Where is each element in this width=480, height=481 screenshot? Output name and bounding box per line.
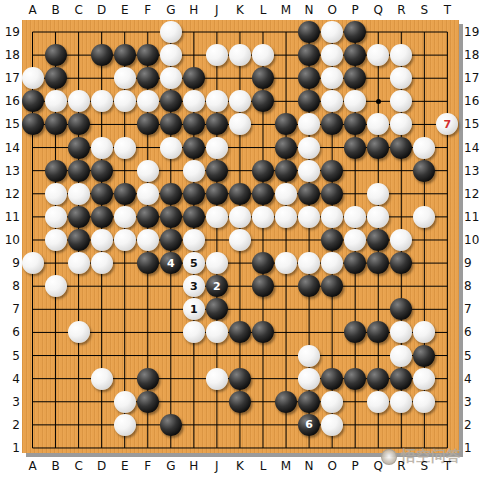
stone-white-L18: [252, 44, 274, 66]
col-label-bottom-Q: Q: [368, 459, 388, 473]
row-label-left-11: 11: [0, 210, 20, 224]
stone-white-S4: [413, 368, 435, 390]
stone-black-P14: [344, 137, 366, 159]
col-label-bottom-R: R: [391, 459, 411, 473]
stone-white-P11: [344, 206, 366, 228]
stone-white-B12: [45, 183, 67, 205]
stone-white-A17: [22, 67, 44, 89]
stone-white-H16: [183, 90, 205, 112]
col-label-top-J: J: [207, 3, 227, 17]
stone-white-K11: [229, 206, 251, 228]
stone-white-G19: [160, 21, 182, 43]
stone-black-Q4: [367, 368, 389, 390]
row-label-right-18: 18: [464, 48, 480, 62]
stone-white-E14: [114, 137, 136, 159]
stone-black-P4: [344, 368, 366, 390]
row-label-left-2: 2: [0, 418, 20, 432]
col-label-bottom-P: P: [345, 459, 365, 473]
stone-white-B11: [45, 206, 67, 228]
stone-black-E12: [114, 183, 136, 205]
col-label-top-N: N: [299, 3, 319, 17]
move-number-2: 2: [213, 281, 221, 292]
stone-black-J12: [206, 183, 228, 205]
row-label-right-16: 16: [464, 94, 480, 108]
row-label-left-10: 10: [0, 233, 20, 247]
col-label-bottom-M: M: [276, 459, 296, 473]
stone-black-O12: [321, 183, 343, 205]
col-label-top-O: O: [322, 3, 342, 17]
stone-black-S13: [413, 160, 435, 182]
col-label-top-R: R: [391, 3, 411, 17]
stone-white-F12: [137, 183, 159, 205]
stone-black-O13: [321, 160, 343, 182]
stone-white-D14: [91, 137, 113, 159]
stone-white-F13: [137, 160, 159, 182]
stone-black-K3: [229, 391, 251, 413]
stone-black-C14: [68, 137, 90, 159]
stone-black-D11: [91, 206, 113, 228]
col-label-bottom-K: K: [230, 459, 250, 473]
stone-black-E18: [114, 44, 136, 66]
stone-white-M9: [275, 252, 297, 274]
stone-white-Q11: [367, 206, 389, 228]
col-label-bottom-N: N: [299, 459, 319, 473]
col-label-bottom-T: T: [437, 459, 457, 473]
stone-black-H17: [183, 67, 205, 89]
go-diagram: 悟空问答 AABBCCDDEEFFGGHHJJKKLLMMNNOOPPQQRRS…: [0, 0, 480, 481]
stone-white-N13: [298, 160, 320, 182]
row-label-left-17: 17: [0, 71, 20, 85]
stone-white-E11: [114, 206, 136, 228]
row-label-left-1: 1: [0, 441, 20, 455]
stone-black-F17: [137, 67, 159, 89]
stone-white-E10: [114, 229, 136, 251]
stone-black-A15: [22, 113, 44, 135]
stone-black-N2: 6: [298, 414, 320, 436]
col-label-top-K: K: [230, 3, 250, 17]
col-label-bottom-L: L: [253, 459, 273, 473]
row-label-right-10: 10: [464, 233, 480, 247]
stone-white-S14: [413, 137, 435, 159]
col-label-top-D: D: [92, 3, 112, 17]
stone-white-H9: 5: [183, 252, 205, 274]
row-label-left-15: 15: [0, 117, 20, 131]
col-label-bottom-J: J: [207, 459, 227, 473]
stone-white-D4: [91, 368, 113, 390]
stone-black-F9: [137, 252, 159, 274]
col-label-bottom-C: C: [69, 459, 89, 473]
col-label-top-E: E: [115, 3, 135, 17]
stone-white-Q12: [367, 183, 389, 205]
stone-white-N5: [298, 345, 320, 367]
stone-white-B10: [45, 229, 67, 251]
stone-black-N3: [298, 391, 320, 413]
stone-black-F11: [137, 206, 159, 228]
stone-white-B8: [45, 275, 67, 297]
stone-black-L12: [252, 183, 274, 205]
col-label-bottom-D: D: [92, 459, 112, 473]
col-label-top-A: A: [23, 3, 43, 17]
row-label-left-4: 4: [0, 372, 20, 386]
row-label-left-3: 3: [0, 395, 20, 409]
stone-white-C9: [68, 252, 90, 274]
row-label-right-6: 6: [464, 325, 480, 339]
stone-white-H10: [183, 229, 205, 251]
col-label-bottom-O: O: [322, 459, 342, 473]
move-number-7: 7: [444, 119, 452, 130]
row-label-right-7: 7: [464, 302, 480, 316]
stone-white-H13: [183, 160, 205, 182]
col-label-top-G: G: [161, 3, 181, 17]
col-label-top-C: C: [69, 3, 89, 17]
stone-white-S3: [413, 391, 435, 413]
stone-black-B18: [45, 44, 67, 66]
move-number-1: 1: [190, 304, 198, 315]
stone-black-G9: 4: [160, 252, 182, 274]
stone-white-O2: [321, 414, 343, 436]
stone-white-H7: 1: [183, 298, 205, 320]
stone-white-R5: [390, 345, 412, 367]
col-label-top-T: T: [437, 3, 457, 17]
stone-white-N11: [298, 206, 320, 228]
row-label-left-9: 9: [0, 256, 20, 270]
col-label-bottom-A: A: [23, 459, 43, 473]
stone-black-G10: [160, 229, 182, 251]
stone-white-E16: [114, 90, 136, 112]
stone-white-C12: [68, 183, 90, 205]
stone-white-O3: [321, 391, 343, 413]
col-label-bottom-F: F: [138, 459, 158, 473]
row-label-right-8: 8: [464, 279, 480, 293]
stone-black-S5: [413, 345, 435, 367]
col-label-bottom-G: G: [161, 459, 181, 473]
stone-black-G16: [160, 90, 182, 112]
move-number-3: 3: [190, 281, 198, 292]
col-label-bottom-S: S: [414, 459, 434, 473]
stone-white-G17: [160, 67, 182, 89]
stone-black-H12: [183, 183, 205, 205]
stone-white-D9: [91, 252, 113, 274]
stone-black-G11: [160, 206, 182, 228]
row-label-right-12: 12: [464, 187, 480, 201]
stone-black-F4: [137, 368, 159, 390]
stone-white-G14: [160, 137, 182, 159]
stone-black-R14: [390, 137, 412, 159]
col-label-top-Q: Q: [368, 3, 388, 17]
stone-black-Q14: [367, 137, 389, 159]
stone-black-G2: [160, 414, 182, 436]
stone-white-B16: [45, 90, 67, 112]
stone-black-H11: [183, 206, 205, 228]
col-label-top-P: P: [345, 3, 365, 17]
stone-white-E3: [114, 391, 136, 413]
stone-black-D13: [91, 160, 113, 182]
move-number-4: 4: [167, 258, 175, 269]
stone-white-G18: [160, 44, 182, 66]
star-point-Q16: [376, 99, 381, 104]
stone-white-K18: [229, 44, 251, 66]
stone-white-J18: [206, 44, 228, 66]
stone-black-G12: [160, 183, 182, 205]
stone-white-N4: [298, 368, 320, 390]
stone-black-F18: [137, 44, 159, 66]
row-label-left-14: 14: [0, 141, 20, 155]
stone-white-O19: [321, 21, 343, 43]
stone-white-M12: [275, 183, 297, 205]
row-label-right-9: 9: [464, 256, 480, 270]
stone-black-K4: [229, 368, 251, 390]
stone-black-M3: [275, 391, 297, 413]
stone-white-K10: [229, 229, 251, 251]
stone-black-O10: [321, 229, 343, 251]
row-label-right-1: 1: [464, 441, 480, 455]
stone-white-D16: [91, 90, 113, 112]
row-label-right-15: 15: [464, 117, 480, 131]
col-label-top-M: M: [276, 3, 296, 17]
stone-black-N12: [298, 183, 320, 205]
stone-black-C11: [68, 206, 90, 228]
stone-black-C15: [68, 113, 90, 135]
stone-white-E17: [114, 67, 136, 89]
row-label-left-8: 8: [0, 279, 20, 293]
stone-black-C10: [68, 229, 90, 251]
stone-black-N19: [298, 21, 320, 43]
stone-black-O4: [321, 368, 343, 390]
stone-black-L9: [252, 252, 274, 274]
stone-white-F16: [137, 90, 159, 112]
col-label-bottom-E: E: [115, 459, 135, 473]
stone-black-D18: [91, 44, 113, 66]
row-label-right-14: 14: [464, 141, 480, 155]
stone-white-F10: [137, 229, 159, 251]
col-label-bottom-H: H: [184, 459, 204, 473]
stone-white-A9: [22, 252, 44, 274]
stone-white-J14: [206, 137, 228, 159]
stone-white-J4: [206, 368, 228, 390]
stone-black-M13: [275, 160, 297, 182]
stone-black-F3: [137, 391, 159, 413]
col-label-top-H: H: [184, 3, 204, 17]
col-label-top-B: B: [46, 3, 66, 17]
stone-black-K12: [229, 183, 251, 205]
row-label-left-6: 6: [0, 325, 20, 339]
row-label-left-12: 12: [0, 187, 20, 201]
stone-white-C16: [68, 90, 90, 112]
stone-black-J8: 2: [206, 275, 228, 297]
row-label-left-16: 16: [0, 94, 20, 108]
row-label-right-4: 4: [464, 372, 480, 386]
stone-black-B13: [45, 160, 67, 182]
row-label-right-13: 13: [464, 164, 480, 178]
row-label-right-3: 3: [464, 395, 480, 409]
stone-white-E2: [114, 414, 136, 436]
stone-black-A16: [22, 90, 44, 112]
stone-white-Q3: [367, 391, 389, 413]
stone-white-O11: [321, 206, 343, 228]
row-label-right-2: 2: [464, 418, 480, 432]
stone-black-D12: [91, 183, 113, 205]
stone-black-L13: [252, 160, 274, 182]
stone-black-R4: [390, 368, 412, 390]
row-label-left-13: 13: [0, 164, 20, 178]
row-label-left-5: 5: [0, 349, 20, 363]
stone-black-J13: [206, 160, 228, 182]
row-label-right-19: 19: [464, 25, 480, 39]
stone-white-M11: [275, 206, 297, 228]
row-label-right-11: 11: [464, 210, 480, 224]
stone-white-J11: [206, 206, 228, 228]
stone-black-M14: [275, 137, 297, 159]
stone-black-B17: [45, 67, 67, 89]
stone-white-J9: [206, 252, 228, 274]
stone-black-H14: [183, 137, 205, 159]
stone-black-C13: [68, 160, 90, 182]
col-label-top-L: L: [253, 3, 273, 17]
col-label-top-S: S: [414, 3, 434, 17]
row-label-left-18: 18: [0, 48, 20, 62]
stone-white-L11: [252, 206, 274, 228]
row-label-left-19: 19: [0, 25, 20, 39]
col-label-bottom-B: B: [46, 459, 66, 473]
stone-white-D10: [91, 229, 113, 251]
col-label-top-F: F: [138, 3, 158, 17]
move-number-5: 5: [190, 258, 198, 269]
row-label-left-7: 7: [0, 302, 20, 316]
move-number-6: 6: [305, 419, 313, 430]
stone-white-C6: [68, 321, 90, 343]
row-label-right-5: 5: [464, 349, 480, 363]
stone-white-R3: [390, 391, 412, 413]
stone-white-N14: [298, 137, 320, 159]
stone-white-H8: 3: [183, 275, 205, 297]
row-label-right-17: 17: [464, 71, 480, 85]
stone-white-P10: [344, 229, 366, 251]
stone-black-B15: [45, 113, 67, 135]
